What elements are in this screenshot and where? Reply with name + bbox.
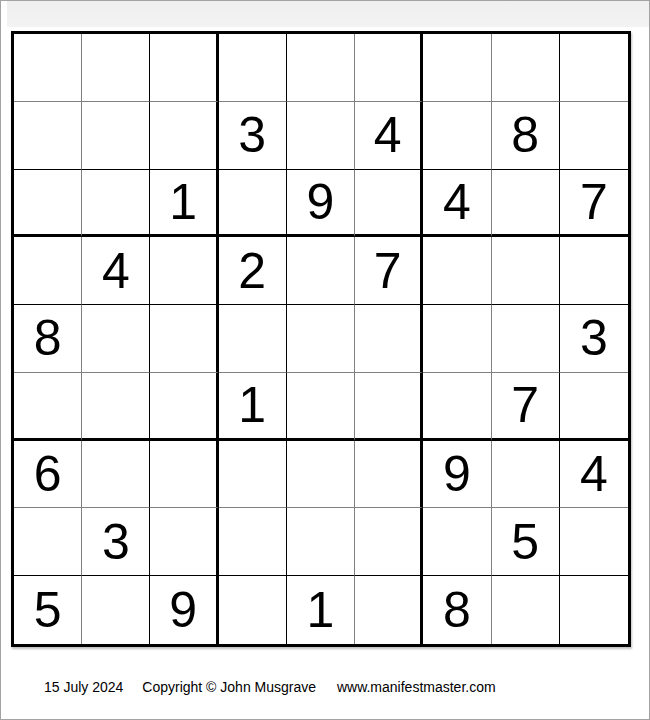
sudoku-cell[interactable] — [492, 305, 560, 373]
sudoku-cell[interactable] — [219, 34, 287, 102]
sudoku-cell[interactable] — [14, 373, 82, 441]
sudoku-cell[interactable] — [423, 305, 491, 373]
sudoku-cell[interactable] — [560, 508, 628, 576]
sudoku-cell[interactable] — [14, 34, 82, 102]
sudoku-cell[interactable] — [150, 237, 218, 305]
sudoku-cell[interactable] — [423, 102, 491, 170]
sudoku-cell[interactable] — [560, 102, 628, 170]
sudoku-cell[interactable] — [287, 305, 355, 373]
sudoku-cell[interactable] — [219, 576, 287, 644]
sudoku-board: 34819474278317694355918 — [11, 31, 631, 647]
sudoku-cell[interactable] — [82, 102, 150, 170]
sudoku-cell[interactable] — [492, 441, 560, 509]
sudoku-cell[interactable] — [492, 170, 560, 238]
sudoku-cell: 7 — [560, 170, 628, 238]
sudoku-cell[interactable] — [355, 305, 423, 373]
sudoku-cell[interactable] — [82, 170, 150, 238]
sudoku-cell[interactable] — [14, 237, 82, 305]
sudoku-cell: 4 — [560, 441, 628, 509]
sudoku-cell[interactable] — [560, 237, 628, 305]
sudoku-cell: 4 — [355, 102, 423, 170]
sudoku-cell[interactable] — [355, 373, 423, 441]
sudoku-cell[interactable] — [560, 34, 628, 102]
sudoku-cell: 7 — [355, 237, 423, 305]
sudoku-cell: 9 — [150, 576, 218, 644]
sudoku-cell: 7 — [492, 373, 560, 441]
sudoku-cell[interactable] — [287, 508, 355, 576]
sudoku-cell[interactable] — [82, 34, 150, 102]
sudoku-cell[interactable] — [423, 34, 491, 102]
page-header-band — [7, 1, 649, 27]
sudoku-cell: 6 — [14, 441, 82, 509]
sudoku-cell: 3 — [82, 508, 150, 576]
sudoku-cell[interactable] — [82, 576, 150, 644]
sudoku-cell[interactable] — [355, 508, 423, 576]
sudoku-cell[interactable] — [150, 441, 218, 509]
sudoku-cell[interactable] — [219, 441, 287, 509]
sudoku-cell[interactable] — [423, 508, 491, 576]
sudoku-cell[interactable] — [82, 305, 150, 373]
sudoku-cell[interactable] — [355, 170, 423, 238]
sudoku-cell: 8 — [423, 576, 491, 644]
sudoku-cell: 5 — [14, 576, 82, 644]
footer-copyright: Copyright © John Musgrave — [142, 679, 316, 695]
page: 34819474278317694355918 15 July 2024 Cop… — [0, 0, 650, 720]
sudoku-cell: 8 — [14, 305, 82, 373]
sudoku-cell: 4 — [423, 170, 491, 238]
sudoku-cell[interactable] — [287, 34, 355, 102]
sudoku-cell[interactable] — [492, 576, 560, 644]
sudoku-cell: 3 — [560, 305, 628, 373]
sudoku-cell[interactable] — [423, 237, 491, 305]
sudoku-cell[interactable] — [82, 441, 150, 509]
sudoku-cell[interactable] — [150, 305, 218, 373]
sudoku-cell[interactable] — [82, 373, 150, 441]
sudoku-cell[interactable] — [150, 373, 218, 441]
sudoku-cell[interactable] — [287, 237, 355, 305]
sudoku-cell: 5 — [492, 508, 560, 576]
sudoku-cell[interactable] — [14, 102, 82, 170]
sudoku-cell[interactable] — [150, 508, 218, 576]
sudoku-cell[interactable] — [14, 508, 82, 576]
sudoku-cell[interactable] — [492, 237, 560, 305]
sudoku-cell[interactable] — [423, 373, 491, 441]
sudoku-cell[interactable] — [560, 373, 628, 441]
footer-date: 15 July 2024 — [44, 679, 123, 695]
sudoku-cell[interactable] — [287, 102, 355, 170]
sudoku-cell[interactable] — [355, 441, 423, 509]
sudoku-cell[interactable] — [219, 508, 287, 576]
sudoku-cell: 9 — [423, 441, 491, 509]
sudoku-cell: 8 — [492, 102, 560, 170]
sudoku-cell[interactable] — [355, 576, 423, 644]
sudoku-cell[interactable] — [287, 373, 355, 441]
sudoku-cell: 2 — [219, 237, 287, 305]
footer-website: www.manifestmaster.com — [337, 679, 496, 695]
sudoku-cell[interactable] — [492, 34, 560, 102]
sudoku-cell: 4 — [82, 237, 150, 305]
sudoku-cell: 1 — [287, 576, 355, 644]
footer: 15 July 2024 Copyright © John Musgrave w… — [44, 679, 496, 695]
sudoku-cell[interactable] — [560, 576, 628, 644]
sudoku-cell: 9 — [287, 170, 355, 238]
sudoku-cell: 1 — [150, 170, 218, 238]
sudoku-cell[interactable] — [355, 34, 423, 102]
sudoku-cell[interactable] — [219, 305, 287, 373]
sudoku-cell[interactable] — [150, 102, 218, 170]
sudoku-cell[interactable] — [219, 170, 287, 238]
sudoku-cell: 3 — [219, 102, 287, 170]
sudoku-cell[interactable] — [14, 170, 82, 238]
sudoku-cell[interactable] — [150, 34, 218, 102]
sudoku-cell[interactable] — [287, 441, 355, 509]
sudoku-cell: 1 — [219, 373, 287, 441]
